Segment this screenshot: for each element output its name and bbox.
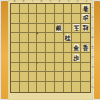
board-cell[interactable]	[81, 82, 90, 92]
board-cell[interactable]	[64, 82, 73, 92]
board-cell[interactable]	[55, 82, 64, 92]
board-cell[interactable]	[37, 33, 46, 43]
board-cell[interactable]	[81, 53, 90, 63]
board-cell[interactable]	[64, 53, 73, 63]
board-cell[interactable]	[11, 14, 20, 24]
board-cell[interactable]	[29, 14, 38, 24]
rank-label: 五	[92, 43, 94, 53]
rank-label: 三	[92, 23, 94, 33]
board-cell[interactable]	[64, 63, 73, 73]
board-cell[interactable]	[46, 53, 55, 63]
board-cell[interactable]	[81, 63, 90, 73]
board-cell[interactable]	[55, 14, 64, 24]
gote-piece-歩[interactable]: 歩	[82, 14, 89, 22]
board-cell[interactable]	[72, 33, 81, 43]
board-cell[interactable]: 玉	[72, 24, 81, 34]
board-cell[interactable]	[20, 24, 29, 34]
board-cell[interactable]	[64, 4, 73, 14]
board-cell[interactable]	[11, 82, 20, 92]
board-cell[interactable]: 歩	[72, 53, 81, 63]
board-cell[interactable]	[11, 24, 20, 34]
board-cell[interactable]	[37, 72, 46, 82]
board-cell[interactable]	[55, 33, 64, 43]
rank-label: 二	[92, 13, 94, 23]
board-cell[interactable]	[46, 72, 55, 82]
board-cell[interactable]	[46, 33, 55, 43]
board-cell[interactable]	[55, 63, 64, 73]
board-cell[interactable]	[37, 24, 46, 34]
sente-piece-stand[interactable]	[94, 1, 100, 99]
board-cell[interactable]	[72, 63, 81, 73]
board-cell[interactable]	[37, 4, 46, 14]
rank-label: 四	[92, 33, 94, 43]
hoshi-dot	[37, 33, 39, 35]
hoshi-dot	[37, 62, 39, 64]
sente-piece-桂[interactable]: 桂	[64, 34, 71, 42]
board-cell[interactable]	[11, 72, 20, 82]
rank-label: 九	[92, 83, 94, 93]
board-cell[interactable]	[37, 82, 46, 92]
board-cell[interactable]	[20, 43, 29, 53]
board-cell[interactable]	[37, 43, 46, 53]
rank-label: 一	[92, 3, 94, 13]
hoshi-dot	[63, 62, 65, 64]
board-cell[interactable]	[11, 43, 20, 53]
gote-piece-玉[interactable]: 玉	[73, 24, 80, 32]
board-cell[interactable]	[64, 24, 73, 34]
board-cell[interactable]	[29, 72, 38, 82]
sente-piece-金[interactable]: 金	[73, 44, 80, 52]
board-cell[interactable]	[64, 72, 73, 82]
board-cell[interactable]	[29, 4, 38, 14]
board-cell[interactable]	[72, 82, 81, 92]
board-cell[interactable]	[20, 82, 29, 92]
board-cell[interactable]	[72, 14, 81, 24]
board-cell[interactable]	[29, 63, 38, 73]
rank-label: 七	[92, 63, 94, 73]
board-cell[interactable]	[46, 43, 55, 53]
board-cell[interactable]: 香	[81, 43, 90, 53]
board-cell[interactable]	[81, 33, 90, 43]
board-grid: 香歩銀玉桂桂金香歩	[10, 3, 91, 93]
sente-piece-歩[interactable]: 歩	[73, 54, 80, 62]
board-cell[interactable]	[37, 63, 46, 73]
board-cell[interactable]	[55, 72, 64, 82]
sente-piece-銀[interactable]: 銀	[55, 24, 62, 32]
gote-piece-stand[interactable]	[1, 1, 8, 99]
hoshi-dot	[63, 33, 65, 35]
rank-label: 六	[92, 53, 94, 63]
board-cell[interactable]	[20, 72, 29, 82]
board-cell[interactable]	[20, 53, 29, 63]
board-cell[interactable]: 香	[81, 4, 90, 14]
board-cell[interactable]	[20, 63, 29, 73]
board-cell[interactable]	[46, 63, 55, 73]
shogi-board: 987654321 一二三四五六七八九 香歩銀玉桂桂金香歩	[8, 0, 93, 100]
board-cell[interactable]: 歩	[81, 14, 90, 24]
board-cell[interactable]	[64, 14, 73, 24]
rank-coordinate-labels: 一二三四五六七八九	[92, 3, 94, 93]
gote-piece-香[interactable]: 香	[82, 5, 89, 13]
board-cell[interactable]	[11, 33, 20, 43]
board-cell[interactable]: 金	[72, 43, 81, 53]
shogi-app-screen: 987654321 一二三四五六七八九 香歩銀玉桂桂金香歩	[0, 0, 100, 100]
board-cell[interactable]	[46, 4, 55, 14]
board-cell[interactable]	[20, 33, 29, 43]
board-cell[interactable]	[72, 72, 81, 82]
board-cell[interactable]	[64, 43, 73, 53]
board-cell[interactable]	[29, 33, 38, 43]
board-cell[interactable]	[20, 14, 29, 24]
board-cell[interactable]	[72, 4, 81, 14]
sente-piece-香[interactable]: 香	[82, 44, 89, 52]
board-cell[interactable]	[11, 63, 20, 73]
board-cell[interactable]	[11, 4, 20, 14]
board-cell[interactable]	[29, 43, 38, 53]
board-cell[interactable]	[37, 53, 46, 63]
board-cell[interactable]	[55, 4, 64, 14]
board-cell[interactable]	[46, 24, 55, 34]
board-cell[interactable]	[37, 14, 46, 24]
board-cell[interactable]	[46, 82, 55, 92]
board-cell[interactable]	[11, 53, 20, 63]
gote-piece-桂[interactable]: 桂	[82, 24, 89, 32]
board-cell[interactable]: 桂	[64, 33, 73, 43]
board-cell[interactable]	[55, 43, 64, 53]
board-cell[interactable]	[20, 4, 29, 14]
board-cell[interactable]: 桂	[81, 24, 90, 34]
board-cell[interactable]	[46, 14, 55, 24]
board-cell[interactable]	[81, 72, 90, 82]
rank-label: 八	[92, 73, 94, 83]
board-cell[interactable]	[29, 82, 38, 92]
